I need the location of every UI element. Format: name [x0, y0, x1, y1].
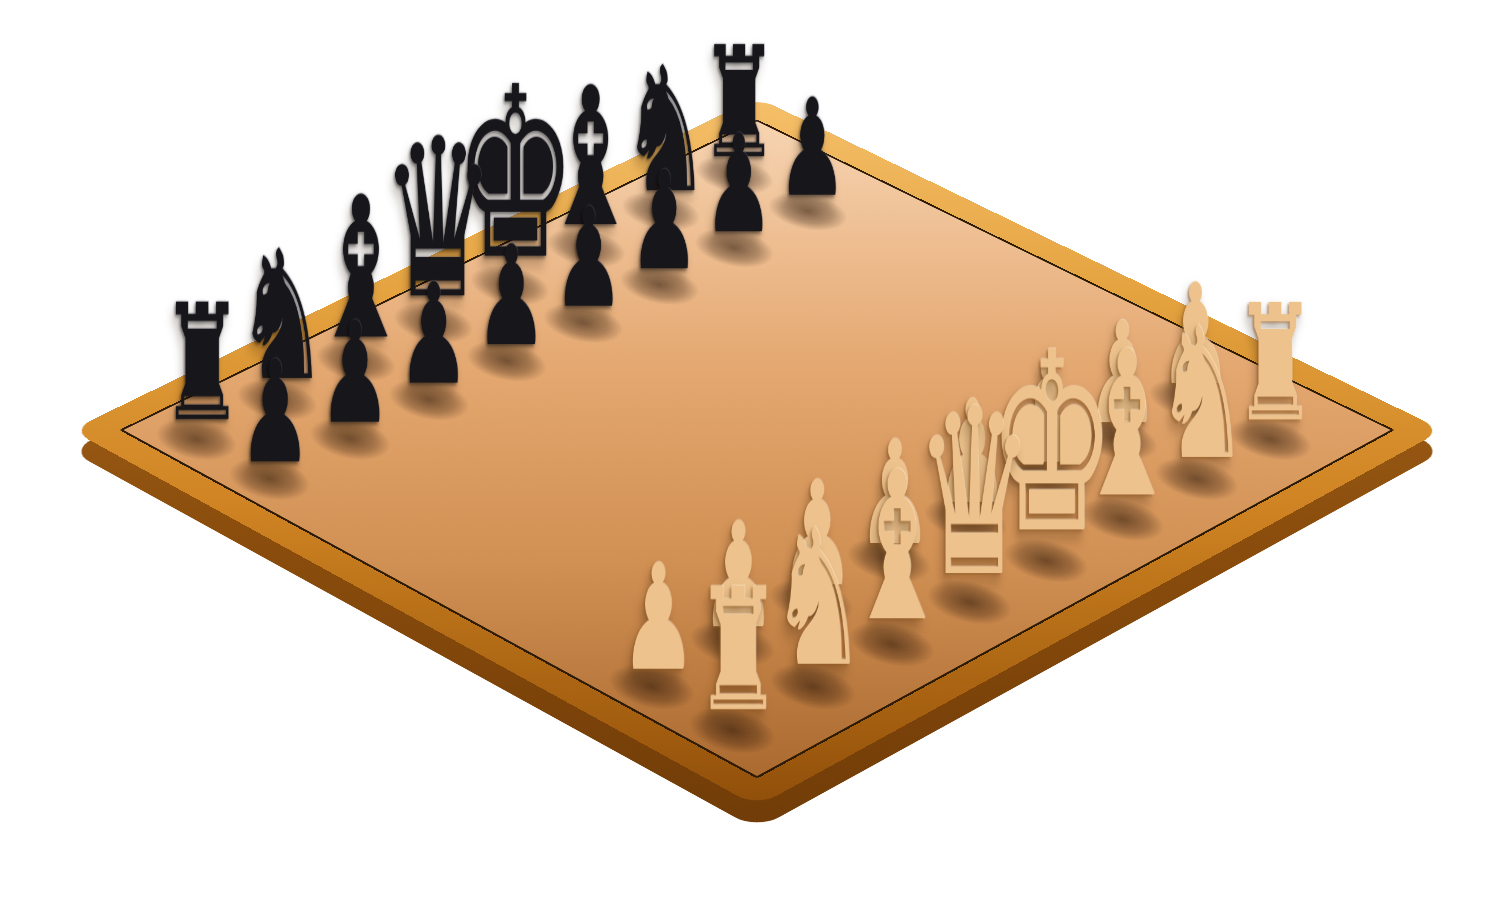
piece-black-pawn-f7[interactable]: ♟: [629, 157, 700, 285]
chess-board: ♜♟♟♜♞♟♟♞♝♟♟♝♚♟♟♚♛♟♟♛♝♟♟♝♞♟♟♞♜♟♟♜: [71, 97, 1443, 806]
piece-black-pawn-c7[interactable]: ♟: [398, 269, 470, 400]
piece-black-rook-a8[interactable]: ♜: [160, 289, 243, 440]
piece-black-pawn-h7[interactable]: ♟: [778, 85, 848, 212]
piece-black-pawn-d7[interactable]: ♟: [476, 231, 548, 361]
piece-black-pawn-g7[interactable]: ♟: [704, 121, 774, 248]
board-grid: ♜♟♟♜♞♟♟♞♝♟♟♝♚♟♟♚♛♟♟♛♝♟♟♝♞♟♟♞♜♟♟♜: [145, 131, 1370, 764]
piece-black-pawn-e7[interactable]: ♟: [553, 194, 624, 323]
piece-white-rook-a1[interactable]: ♜: [694, 572, 782, 730]
board-pinstripe-border: ♜♟♟♜♞♟♟♞♝♟♟♝♚♟♟♚♛♟♟♛♝♟♟♝♞♟♟♞♜♟♟♜: [119, 119, 1395, 778]
board-3d-wrapper: ♜♟♟♜♞♟♟♞♝♟♟♝♚♟♟♚♛♟♟♛♝♟♟♝♞♟♟♞♜♟♟♜: [71, 97, 1443, 806]
piece-white-pawn-a2[interactable]: ♟: [620, 550, 696, 688]
piece-white-knight-b1[interactable]: ♞: [769, 510, 867, 687]
perspective-container: ♜♟♟♜♞♟♟♞♝♟♟♝♚♟♟♚♛♟♟♛♝♟♟♝♞♟♟♞♜♟♟♜: [0, 0, 1500, 912]
chess-set-photo: ♜♟♟♜♞♟♟♞♝♟♟♝♚♟♟♚♛♟♟♛♝♟♟♝♞♟♟♞♜♟♟♜: [0, 0, 1500, 912]
piece-black-pawn-a7[interactable]: ♟: [239, 347, 312, 480]
piece-black-pawn-b7[interactable]: ♟: [319, 308, 392, 440]
